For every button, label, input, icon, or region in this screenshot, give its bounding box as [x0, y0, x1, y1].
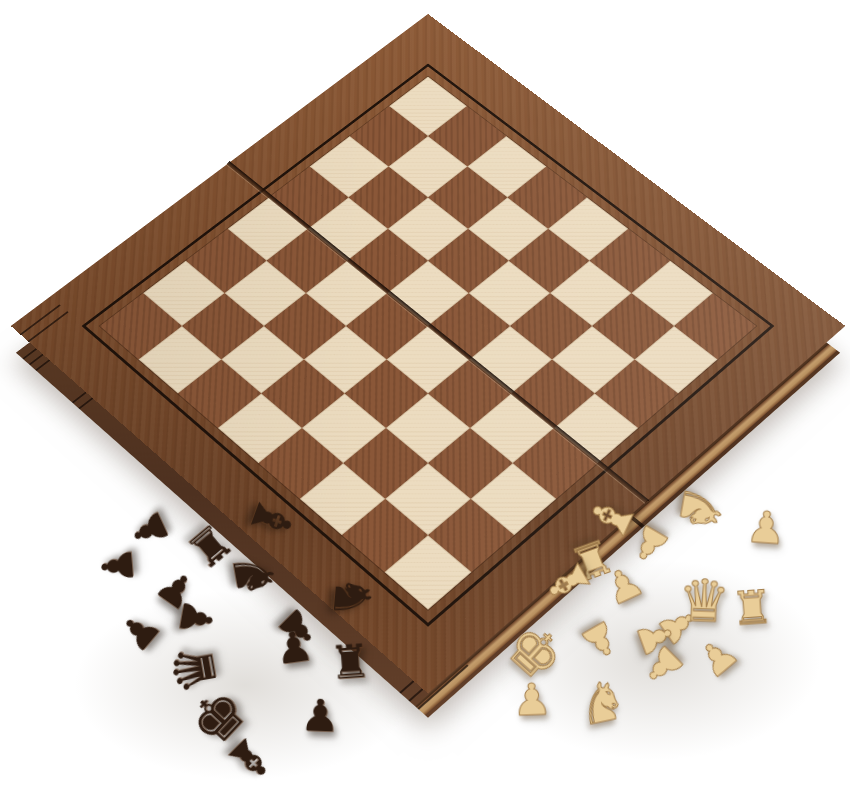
light-pawn[interactable]: ♟: [573, 612, 627, 667]
light-pawn[interactable]: ♟: [690, 630, 746, 686]
pieces-layer: ♝♟♜♟♞♟♟♟♛♟♞♜♟♚♟♝♝♞♟♟♜♝♟♚♟♟♛♜♟♟♟♞♟: [0, 0, 850, 800]
light-pawn[interactable]: ♟: [745, 504, 787, 551]
dark-rook[interactable]: ♜: [328, 637, 372, 686]
light-knight[interactable]: ♞: [573, 672, 632, 735]
light-pawn[interactable]: ♟: [512, 677, 553, 722]
light-rook[interactable]: ♜: [730, 583, 774, 632]
dark-bishop[interactable]: ♝: [240, 489, 305, 551]
dark-pawn[interactable]: ♟: [272, 624, 315, 671]
dark-pawn[interactable]: ♟: [300, 693, 341, 738]
dark-knight[interactable]: ♞: [325, 573, 379, 622]
dark-knight[interactable]: ♞: [224, 548, 283, 603]
dark-pawn[interactable]: ♟: [172, 596, 220, 640]
light-knight[interactable]: ♞: [669, 481, 731, 538]
dark-pawn[interactable]: ♟: [95, 545, 140, 586]
light-queen[interactable]: ♛: [677, 571, 731, 631]
chess-set-photo: ♝♟♜♟♞♟♟♟♛♟♞♜♟♚♟♝♝♞♟♟♜♝♟♚♟♟♛♜♟♟♟♞♟: [0, 0, 850, 800]
